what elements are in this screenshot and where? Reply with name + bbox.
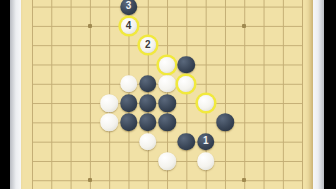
stone-white-7-5 (159, 57, 175, 73)
stone-black-7-7 (158, 94, 176, 112)
stone-black-9-9: 1 (197, 133, 215, 151)
move-number: 2 (145, 40, 151, 50)
stone-white-4-8 (100, 114, 118, 132)
stone-white-5-3: 4 (121, 18, 137, 34)
stone-white-4-7 (100, 94, 118, 112)
stone-black-6-8 (139, 114, 157, 132)
stone-white-5-6 (120, 75, 138, 93)
stone-black-10-8 (216, 114, 234, 132)
stone-white-9-10 (197, 152, 215, 170)
star-point (242, 178, 246, 182)
move-number: 4 (126, 21, 132, 31)
stone-white-7-10 (158, 152, 176, 170)
stone-white-7-6 (158, 75, 176, 93)
stone-black-6-6 (139, 75, 157, 93)
stone-black-5-8 (120, 114, 138, 132)
stone-black-8-9 (178, 133, 196, 151)
stone-white-9-7 (198, 95, 214, 111)
star-point (242, 24, 246, 28)
gomoku-board[interactable]: 3421 (21, 0, 313, 189)
stone-black-7-8 (158, 114, 176, 132)
app-screen: 3421 (0, 0, 336, 189)
star-point (88, 178, 92, 182)
stone-white-6-4: 2 (140, 37, 156, 53)
star-point (88, 24, 92, 28)
stone-black-6-7 (139, 94, 157, 112)
move-number: 3 (126, 2, 132, 12)
move-number: 1 (203, 137, 209, 147)
stone-black-5-7 (120, 94, 138, 112)
stone-black-8-5 (178, 56, 196, 74)
stone-white-6-9 (139, 133, 157, 151)
stone-black-5-2: 3 (120, 0, 138, 15)
stone-white-8-6 (178, 76, 194, 92)
